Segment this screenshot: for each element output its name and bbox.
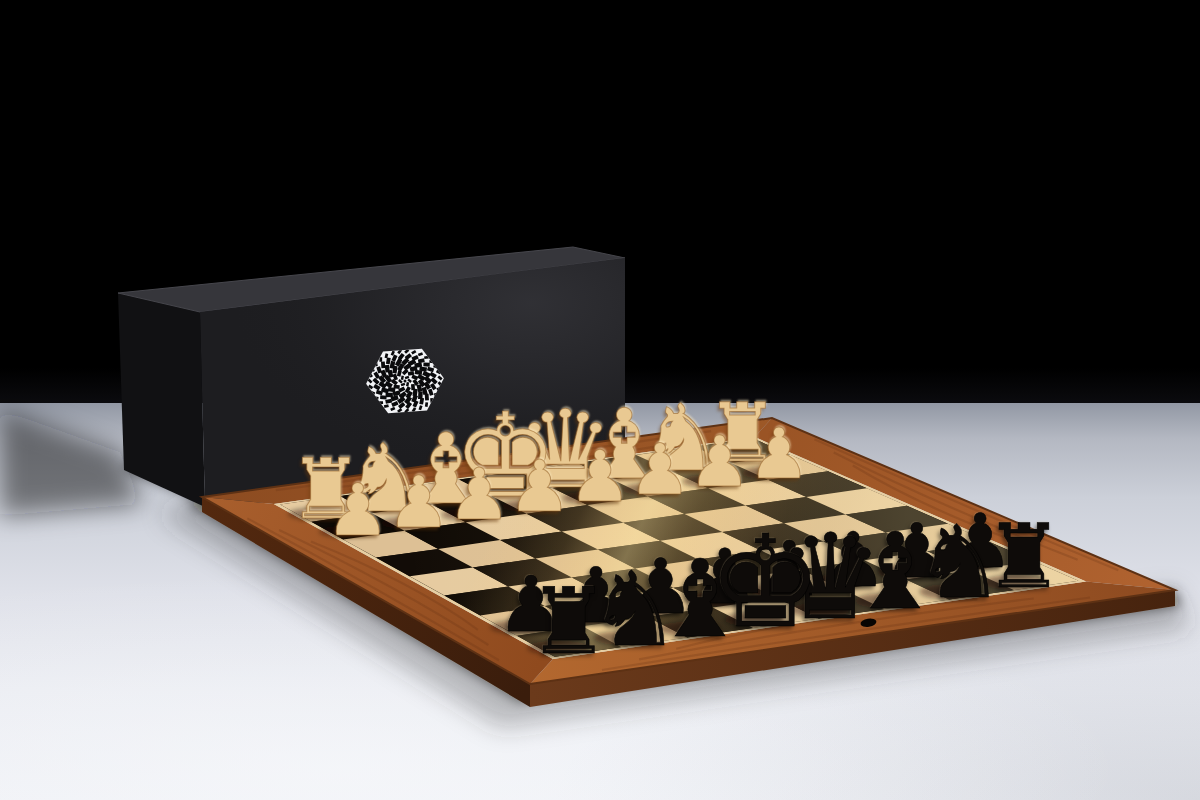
piece-shadow-a2: [742, 466, 797, 479]
piece-shadow-d2: [562, 492, 618, 505]
piece-shadow-g7: [555, 611, 615, 625]
piece-shadow-b2: [682, 475, 737, 488]
piece-shadow-a8: [984, 575, 1044, 591]
scene-graphic: [0, 0, 1200, 800]
piece-shadow-b7: [877, 564, 936, 579]
piece-shadow-e2: [502, 500, 558, 512]
piece-shadow-c7: [813, 574, 872, 589]
piece-shadow-a1: [705, 450, 760, 463]
piece-shadow-g8: [593, 631, 654, 645]
piece-shadow-c2: [622, 483, 678, 496]
piece-shadow-b8: [919, 584, 979, 599]
piece-shadow-f1: [408, 491, 464, 503]
box-side-face: [118, 293, 205, 507]
piece-shadow-e1: [468, 483, 523, 495]
piece-shadow-d7: [749, 583, 809, 597]
piece-shadow-b1: [646, 458, 701, 471]
piece-shadow-g2: [381, 517, 437, 529]
piece-shadow-f2: [441, 508, 497, 520]
piece-shadow-d8: [790, 603, 850, 618]
photo-stage: ♜♞♝♟♛♟♚♟♝♟♞♟♜♟♟♟♟♟♟♜♟♞♟♝♟♛♟♚♟♝♞♜: [0, 0, 1200, 800]
piece-shadow-e8: [725, 612, 786, 627]
piece-shadow-h7: [490, 620, 550, 634]
piece-shadow-c1: [587, 466, 642, 478]
piece-shadow-e7: [685, 592, 745, 606]
piece-shadow-c8: [855, 593, 915, 608]
piece-shadow-a7: [941, 555, 1000, 570]
piece-shadow-f7: [620, 601, 680, 615]
box-cast-shadow: [0, 409, 142, 516]
piece-shadow-h2: [319, 525, 376, 537]
piece-shadow-g1: [348, 500, 404, 512]
piece-shadow-h8: [527, 640, 588, 654]
piece-shadow-d1: [528, 475, 583, 487]
piece-shadow-h1: [288, 508, 344, 519]
piece-shadow-f8: [659, 621, 720, 635]
